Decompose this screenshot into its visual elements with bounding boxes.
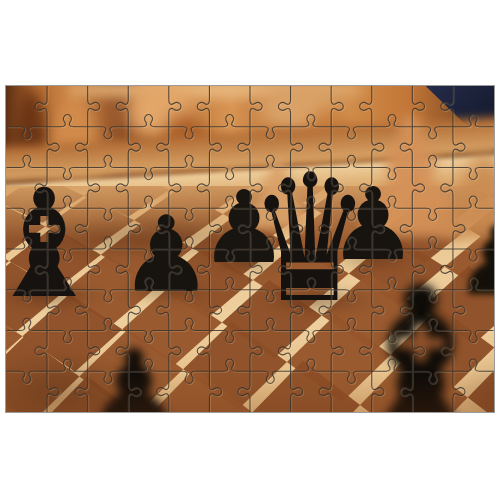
foreground-blur-fade xyxy=(6,372,494,412)
chess-pieces: ♟♟♟♝♟♟♛♟♟♟♝ xyxy=(6,86,494,412)
black-bishop-left: ♝ xyxy=(5,169,105,319)
puzzle-photo-chess: ♟♟♟♝♟♟♛♟♟♟♝ xyxy=(5,85,495,413)
